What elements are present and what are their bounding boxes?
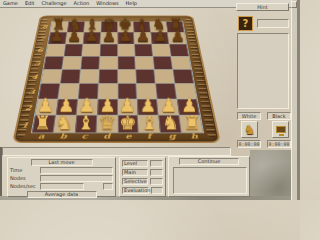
board-grid: ♜♞♝♛♚♝♞♜♟♟♟♟♟♟♟♟♟♟♟♟♟♟♟♟♜♞♝♛♚♝♞♜ — [31, 21, 204, 133]
main-depth-label: Main — [122, 169, 148, 176]
file-label-d: d — [103, 133, 110, 140]
piece-white-knight[interactable]: ♞ — [55, 112, 73, 132]
square-a1[interactable]: ♜ — [32, 115, 56, 133]
window-edge — [297, 0, 300, 200]
piece-black-pawn[interactable]: ♟ — [171, 28, 185, 44]
file-label-e: e — [125, 133, 131, 140]
piece-white-knight[interactable]: ♞ — [162, 112, 180, 132]
piece-black-pawn[interactable]: ♟ — [50, 28, 64, 44]
square-d7[interactable]: ♟ — [100, 32, 117, 44]
square-d4[interactable] — [98, 69, 117, 83]
square-a5[interactable] — [43, 56, 63, 69]
square-e7[interactable]: ♟ — [117, 32, 134, 44]
rank-label-3: 3 — [28, 89, 35, 95]
average-data-title: Average data — [27, 191, 97, 198]
square-c7[interactable]: ♟ — [83, 32, 101, 44]
nodes-value — [40, 175, 113, 182]
white-clock: 0:00:00 — [237, 140, 261, 148]
square-h7[interactable]: ♟ — [168, 32, 187, 44]
time-label: Time — [10, 168, 38, 173]
square-h1[interactable]: ♜ — [179, 115, 203, 133]
square-h5[interactable] — [171, 56, 191, 69]
square-c1[interactable]: ♝ — [75, 115, 97, 133]
last-move-group: Last move Time Nodes Nodes/sec Average d… — [7, 157, 116, 197]
menu-game[interactable]: Game — [3, 1, 18, 6]
main-depth-value — [150, 169, 163, 176]
rank-label-8: 8 — [42, 25, 48, 29]
last-move-title: Last move — [31, 159, 93, 166]
menu-help[interactable]: Help — [126, 1, 137, 6]
square-g5[interactable] — [153, 56, 173, 69]
square-b1[interactable]: ♞ — [53, 115, 76, 133]
continuation-title: Continue — [179, 158, 239, 165]
square-f7[interactable]: ♟ — [134, 32, 152, 44]
black-player-button[interactable] — [272, 121, 289, 138]
file-label-f: f — [147, 133, 152, 140]
rank-label-4: 4 — [31, 74, 38, 80]
black-label: Black — [267, 112, 291, 120]
menu-windows[interactable]: Windows — [96, 1, 118, 6]
square-e4[interactable] — [117, 69, 136, 83]
square-d5[interactable] — [99, 56, 117, 69]
time-value — [40, 167, 113, 174]
rank-label-5: 5 — [34, 61, 41, 66]
nodes-label: Nodes — [10, 176, 38, 181]
piece-black-pawn[interactable]: ♟ — [67, 28, 81, 44]
square-h4[interactable] — [173, 69, 194, 83]
nodes-sec-label: Nodes/sec — [10, 184, 38, 189]
square-g1[interactable]: ♞ — [159, 115, 182, 133]
square-a4[interactable] — [41, 69, 62, 83]
level-label: Level — [122, 160, 148, 167]
square-b6[interactable] — [64, 44, 83, 56]
square-d1[interactable]: ♛ — [96, 115, 117, 133]
square-e5[interactable] — [117, 56, 136, 69]
square-h6[interactable] — [169, 44, 189, 56]
continuation-line-box — [173, 167, 247, 194]
menu-edit[interactable]: Edit — [25, 1, 35, 6]
piece-white-queen[interactable]: ♛ — [98, 112, 116, 132]
thinking-status-bar — [2, 147, 231, 156]
menu-challenge[interactable]: Challenge — [42, 1, 67, 6]
question-mark-icon[interactable]: ? — [238, 16, 253, 31]
nodes-sec-extra-field — [103, 183, 113, 190]
piece-white-rook[interactable]: ♜ — [183, 112, 201, 132]
square-a7[interactable]: ♟ — [48, 32, 67, 44]
computer-icon — [276, 126, 286, 133]
file-label-c: c — [81, 133, 88, 140]
piece-black-pawn[interactable]: ♟ — [119, 28, 133, 44]
rank-label-6: 6 — [37, 48, 44, 53]
hint-move-field[interactable] — [257, 19, 289, 28]
selective-depth-value — [150, 178, 163, 185]
black-clock: 0:00:00 — [267, 140, 291, 148]
piece-black-pawn[interactable]: ♟ — [136, 28, 150, 44]
evaluation-value — [151, 187, 163, 194]
depth-group: Level Main Selective Evaluation — [119, 157, 166, 197]
piece-white-king[interactable]: ♚ — [119, 112, 137, 132]
square-a6[interactable] — [46, 44, 66, 56]
square-g6[interactable] — [152, 44, 171, 56]
file-label-g: g — [168, 133, 176, 140]
square-d6[interactable] — [99, 44, 117, 56]
hint-panel-title[interactable]: Hint — [236, 3, 289, 11]
continuation-group: Continue — [168, 156, 250, 197]
rank-label-7: 7 — [39, 36, 45, 41]
square-f4[interactable] — [136, 69, 156, 83]
piece-black-pawn[interactable]: ♟ — [102, 28, 116, 44]
square-f6[interactable] — [135, 44, 153, 56]
menu-action[interactable]: Action — [74, 1, 90, 6]
square-c6[interactable] — [82, 44, 100, 56]
piece-black-pawn[interactable]: ♟ — [84, 28, 98, 44]
board-window: ♜♞♝♛♚♝♞♜♟♟♟♟♟♟♟♟♟♟♟♟♟♟♟♟♜♞♝♛♚♝♞♜ 8765432… — [0, 8, 233, 145]
file-label-a: a — [38, 133, 46, 140]
selective-depth-label: Selective — [122, 178, 148, 185]
file-label-h: h — [190, 133, 198, 140]
evaluation-label: Evaluation — [122, 187, 149, 194]
square-c5[interactable] — [80, 56, 99, 69]
piece-white-bishop[interactable]: ♝ — [77, 112, 95, 132]
square-b5[interactable] — [62, 56, 82, 69]
background-marble — [250, 150, 291, 200]
level-value — [150, 160, 163, 167]
nodes-sec-value — [40, 183, 84, 190]
chess-board-frame: ♜♞♝♛♚♝♞♜♟♟♟♟♟♟♟♟♟♟♟♟♟♟♟♟♜♞♝♛♚♝♞♜ 8765432… — [12, 16, 221, 143]
square-e6[interactable] — [117, 44, 135, 56]
knight-icon: ♞ — [244, 123, 256, 136]
piece-white-bishop[interactable]: ♝ — [141, 112, 159, 132]
square-g7[interactable]: ♟ — [151, 32, 169, 44]
square-e1[interactable]: ♚ — [117, 115, 138, 133]
piece-black-pawn[interactable]: ♟ — [153, 28, 167, 44]
square-c4[interactable] — [79, 69, 99, 83]
rank-label-1: 1 — [21, 122, 29, 129]
rank-label-2: 2 — [25, 105, 33, 111]
square-f1[interactable]: ♝ — [138, 115, 160, 133]
square-b4[interactable] — [60, 69, 80, 83]
square-g4[interactable] — [154, 69, 174, 83]
piece-white-rook[interactable]: ♜ — [34, 112, 52, 132]
file-label-b: b — [59, 133, 67, 140]
white-label: White — [237, 112, 261, 120]
square-f5[interactable] — [135, 56, 154, 69]
white-player-button[interactable]: ♞ — [241, 121, 258, 138]
move-list[interactable] — [237, 33, 289, 109]
square-b7[interactable]: ♟ — [65, 32, 83, 44]
